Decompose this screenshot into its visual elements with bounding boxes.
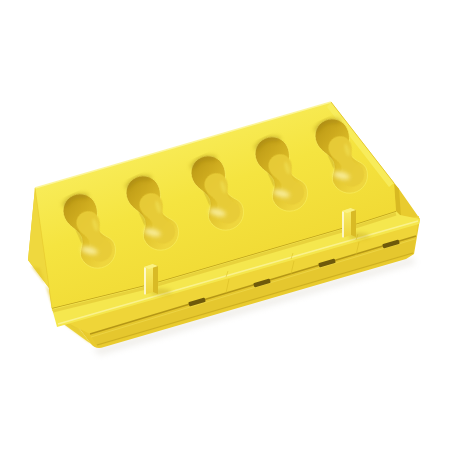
popsicle-mold-illustration	[0, 0, 455, 455]
tab-side-face	[351, 208, 356, 237]
product-photo-canvas	[0, 0, 455, 455]
tab-side-face	[153, 264, 158, 294]
